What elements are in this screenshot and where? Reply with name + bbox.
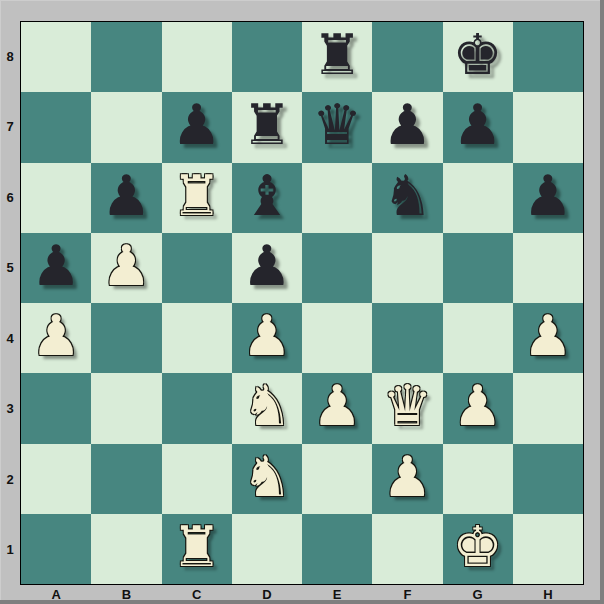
square-a7[interactable] [21, 92, 91, 162]
square-g5[interactable] [443, 233, 513, 303]
square-d8[interactable] [232, 22, 302, 92]
rank-label-5: 5 [0, 233, 20, 304]
square-g2[interactable] [443, 444, 513, 514]
square-b1[interactable] [91, 514, 161, 584]
square-a1[interactable] [21, 514, 91, 584]
square-d2[interactable]: ♞ [232, 444, 302, 514]
square-a5[interactable]: ♟ [21, 233, 91, 303]
square-h1[interactable] [513, 514, 583, 584]
file-label-E: E [302, 585, 372, 603]
black-pawn-c7[interactable]: ♟ [172, 97, 222, 153]
file-label-H: H [513, 585, 583, 603]
black-pawn-b6[interactable]: ♟ [101, 168, 151, 224]
chessboard: ♜♚♟♜♛♟♟♟♜♝♞♟♟♟♟♟♟♟♞♟♛♟♞♟♜♚ [20, 21, 584, 585]
white-pawn-d4[interactable]: ♟ [242, 308, 292, 364]
square-e7[interactable]: ♛ [302, 92, 372, 162]
chessboard-frame: 87654321 ♜♚♟♜♛♟♟♟♜♝♞♟♟♟♟♟♟♟♞♟♛♟♞♟♜♚ ABCD… [0, 0, 604, 604]
white-rook-c1[interactable]: ♜ [172, 519, 222, 575]
file-label-C: C [162, 585, 232, 603]
black-pawn-d5[interactable]: ♟ [242, 238, 292, 294]
black-queen-e7[interactable]: ♛ [312, 97, 362, 153]
white-queen-f3[interactable]: ♛ [382, 378, 432, 434]
file-label-F: F [372, 585, 442, 603]
rank-label-8: 8 [0, 21, 20, 92]
square-h3[interactable] [513, 373, 583, 443]
black-pawn-h6[interactable]: ♟ [523, 168, 573, 224]
black-pawn-a5[interactable]: ♟ [31, 238, 81, 294]
square-b6[interactable]: ♟ [91, 163, 161, 233]
square-f5[interactable] [372, 233, 442, 303]
square-e2[interactable] [302, 444, 372, 514]
file-label-B: B [91, 585, 161, 603]
square-c7[interactable]: ♟ [162, 92, 232, 162]
square-d4[interactable]: ♟ [232, 303, 302, 373]
rank-label-3: 3 [0, 374, 20, 445]
square-b4[interactable] [91, 303, 161, 373]
square-h4[interactable]: ♟ [513, 303, 583, 373]
square-a3[interactable] [21, 373, 91, 443]
white-knight-d2[interactable]: ♞ [242, 449, 292, 505]
white-pawn-g3[interactable]: ♟ [453, 378, 503, 434]
square-d1[interactable] [232, 514, 302, 584]
square-e1[interactable] [302, 514, 372, 584]
square-g3[interactable]: ♟ [443, 373, 513, 443]
black-rook-d7[interactable]: ♜ [242, 97, 292, 153]
square-h6[interactable]: ♟ [513, 163, 583, 233]
square-c5[interactable] [162, 233, 232, 303]
square-g4[interactable] [443, 303, 513, 373]
square-h2[interactable] [513, 444, 583, 514]
square-g8[interactable]: ♚ [443, 22, 513, 92]
square-f4[interactable] [372, 303, 442, 373]
square-e6[interactable] [302, 163, 372, 233]
square-f6[interactable]: ♞ [372, 163, 442, 233]
square-e8[interactable]: ♜ [302, 22, 372, 92]
black-pawn-g7[interactable]: ♟ [453, 97, 503, 153]
white-pawn-b5[interactable]: ♟ [101, 238, 151, 294]
file-label-G: G [443, 585, 513, 603]
white-pawn-e3[interactable]: ♟ [312, 378, 362, 434]
square-f2[interactable]: ♟ [372, 444, 442, 514]
square-c8[interactable] [162, 22, 232, 92]
square-b8[interactable] [91, 22, 161, 92]
square-a8[interactable] [21, 22, 91, 92]
square-b5[interactable]: ♟ [91, 233, 161, 303]
square-f3[interactable]: ♛ [372, 373, 442, 443]
square-a2[interactable] [21, 444, 91, 514]
white-king-g1[interactable]: ♚ [453, 519, 503, 575]
rank-label-7: 7 [0, 92, 20, 163]
square-d6[interactable]: ♝ [232, 163, 302, 233]
square-d7[interactable]: ♜ [232, 92, 302, 162]
black-bishop-d6[interactable]: ♝ [242, 168, 292, 224]
white-rook-c6[interactable]: ♜ [172, 168, 222, 224]
square-c2[interactable] [162, 444, 232, 514]
square-d3[interactable]: ♞ [232, 373, 302, 443]
square-b7[interactable] [91, 92, 161, 162]
rank-label-2: 2 [0, 444, 20, 515]
square-e5[interactable] [302, 233, 372, 303]
square-f7[interactable]: ♟ [372, 92, 442, 162]
file-label-D: D [232, 585, 302, 603]
square-e3[interactable]: ♟ [302, 373, 372, 443]
white-pawn-h4[interactable]: ♟ [523, 308, 573, 364]
white-pawn-f2[interactable]: ♟ [382, 449, 432, 505]
square-f8[interactable] [372, 22, 442, 92]
file-labels: ABCDEFGH [21, 585, 583, 603]
square-c3[interactable] [162, 373, 232, 443]
square-c1[interactable]: ♜ [162, 514, 232, 584]
white-pawn-a4[interactable]: ♟ [31, 308, 81, 364]
square-h7[interactable] [513, 92, 583, 162]
square-b3[interactable] [91, 373, 161, 443]
square-c6[interactable]: ♜ [162, 163, 232, 233]
square-f1[interactable] [372, 514, 442, 584]
square-h5[interactable] [513, 233, 583, 303]
black-rook-e8[interactable]: ♜ [312, 27, 362, 83]
rank-label-1: 1 [0, 515, 20, 586]
white-knight-d3[interactable]: ♞ [242, 378, 292, 434]
square-b2[interactable] [91, 444, 161, 514]
square-a4[interactable]: ♟ [21, 303, 91, 373]
file-label-A: A [21, 585, 91, 603]
rank-labels: 87654321 [0, 21, 20, 585]
square-g1[interactable]: ♚ [443, 514, 513, 584]
black-knight-f6[interactable]: ♞ [382, 168, 432, 224]
square-e4[interactable] [302, 303, 372, 373]
square-g7[interactable]: ♟ [443, 92, 513, 162]
black-pawn-f7[interactable]: ♟ [382, 97, 432, 153]
square-a6[interactable] [21, 163, 91, 233]
square-c4[interactable] [162, 303, 232, 373]
rank-label-4: 4 [0, 303, 20, 374]
rank-label-6: 6 [0, 162, 20, 233]
square-d5[interactable]: ♟ [232, 233, 302, 303]
black-king-g8[interactable]: ♚ [453, 27, 503, 83]
square-g6[interactable] [443, 163, 513, 233]
square-h8[interactable] [513, 22, 583, 92]
